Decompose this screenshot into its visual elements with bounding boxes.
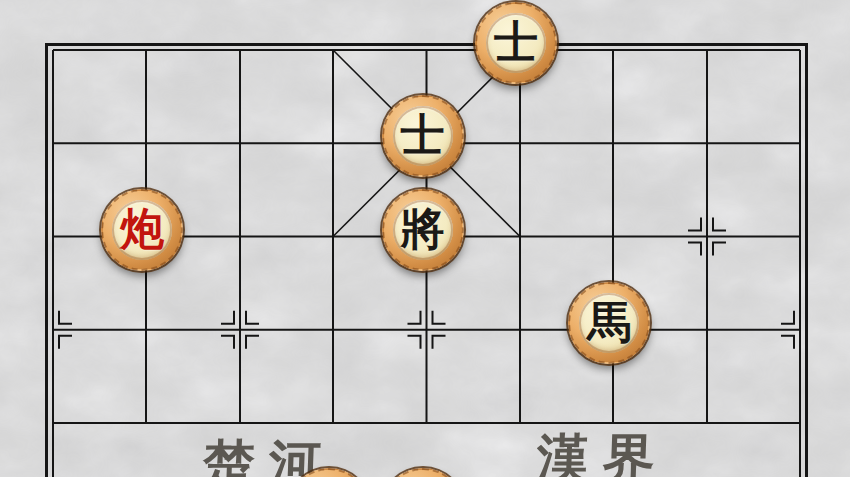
- piece-glyph: 將: [401, 207, 445, 251]
- piece-face: 將: [393, 200, 453, 260]
- piece-black-horse-g7[interactable]: 馬: [568, 282, 650, 364]
- piece-red-cannon-b8[interactable]: 炮: [101, 189, 183, 271]
- piece-face: 士: [486, 13, 546, 73]
- piece-face: 炮: [112, 200, 172, 260]
- piece-glyph: 炮: [120, 207, 164, 251]
- xiangqi-board-screenshot: 楚河 漢界 士士將炮馬: [0, 0, 850, 477]
- piece-face: 士: [393, 106, 453, 166]
- piece-glyph: 士: [494, 20, 538, 64]
- piece-black-advisor-f10[interactable]: 士: [475, 2, 557, 84]
- piece-glyph: 馬: [587, 300, 631, 344]
- piece-black-general-e8[interactable]: 將: [382, 189, 464, 271]
- piece-face: 馬: [579, 293, 639, 353]
- piece-black-advisor-e9[interactable]: 士: [382, 95, 464, 177]
- piece-glyph: 士: [401, 113, 445, 157]
- river-label-han: 漢界: [536, 432, 670, 477]
